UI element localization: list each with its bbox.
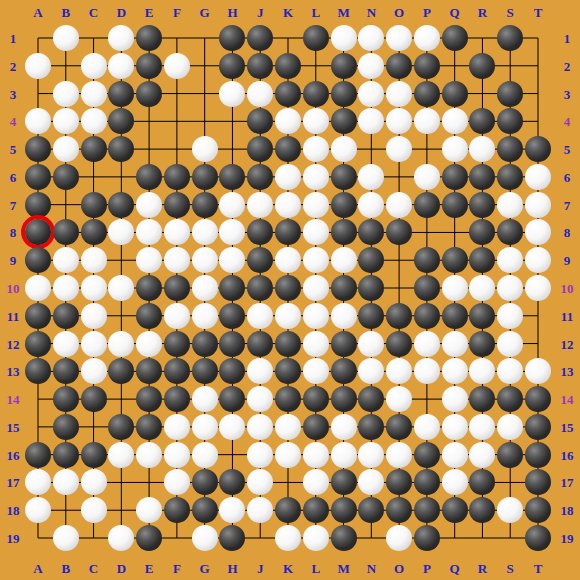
stone-black-A7[interactable] (25, 192, 51, 218)
stone-white-K7[interactable] (275, 192, 301, 218)
stone-white-O14[interactable] (386, 386, 412, 412)
stone-black-M12[interactable] (331, 331, 357, 357)
stone-black-D13[interactable] (108, 358, 134, 384)
stone-white-B4[interactable] (53, 108, 79, 134)
stone-white-N16[interactable] (358, 442, 384, 468)
stone-black-Q18[interactable] (442, 497, 468, 523)
stone-black-K5[interactable] (275, 136, 301, 162)
stone-black-R8[interactable] (469, 219, 495, 245)
stone-black-R7[interactable] (469, 192, 495, 218)
stone-white-L12[interactable] (303, 331, 329, 357)
stone-white-Q17[interactable] (442, 469, 468, 495)
stone-white-S10[interactable] (497, 275, 523, 301)
stone-white-A18[interactable] (25, 497, 51, 523)
stone-white-K9[interactable] (275, 247, 301, 273)
stone-black-N14[interactable] (358, 386, 384, 412)
stone-black-G17[interactable] (192, 469, 218, 495)
stone-white-M9[interactable] (331, 247, 357, 273)
stone-white-F17[interactable] (164, 469, 190, 495)
stone-white-G10[interactable] (192, 275, 218, 301)
stone-black-H2[interactable] (219, 53, 245, 79)
stone-black-R9[interactable] (469, 247, 495, 273)
stone-black-E15[interactable] (136, 414, 162, 440)
stone-white-T13[interactable] (525, 358, 551, 384)
stone-black-O8[interactable] (386, 219, 412, 245)
stone-white-J18[interactable] (247, 497, 273, 523)
stone-white-N3[interactable] (358, 81, 384, 107)
stone-white-B10[interactable] (53, 275, 79, 301)
stone-white-A4[interactable] (25, 108, 51, 134)
stone-black-G13[interactable] (192, 358, 218, 384)
stone-white-M11[interactable] (331, 303, 357, 329)
stone-white-H18[interactable] (219, 497, 245, 523)
stone-black-T14[interactable] (525, 386, 551, 412)
stone-black-H13[interactable] (219, 358, 245, 384)
stone-black-O12[interactable] (386, 331, 412, 357)
stone-white-O19[interactable] (386, 525, 412, 551)
stone-white-C9[interactable] (81, 247, 107, 273)
stone-black-R11[interactable] (469, 303, 495, 329)
stone-black-C14[interactable] (81, 386, 107, 412)
stone-black-P18[interactable] (414, 497, 440, 523)
stone-white-R13[interactable] (469, 358, 495, 384)
stone-black-A9[interactable] (25, 247, 51, 273)
stone-white-K15[interactable] (275, 414, 301, 440)
stone-black-K12[interactable] (275, 331, 301, 357)
stone-white-M1[interactable] (331, 25, 357, 51)
stone-white-B19[interactable] (53, 525, 79, 551)
stone-white-J16[interactable] (247, 442, 273, 468)
stone-black-S6[interactable] (497, 164, 523, 190)
stone-white-B1[interactable] (53, 25, 79, 51)
stone-black-R14[interactable] (469, 386, 495, 412)
stone-black-O2[interactable] (386, 53, 412, 79)
stone-black-S16[interactable] (497, 442, 523, 468)
stone-black-K18[interactable] (275, 497, 301, 523)
stone-white-Q12[interactable] (442, 331, 468, 357)
stone-white-T9[interactable] (525, 247, 551, 273)
stone-white-O5[interactable] (386, 136, 412, 162)
stone-black-J8[interactable] (247, 219, 273, 245)
stone-white-J13[interactable] (247, 358, 273, 384)
stone-black-S1[interactable] (497, 25, 523, 51)
stone-black-E11[interactable] (136, 303, 162, 329)
stone-white-H8[interactable] (219, 219, 245, 245)
stone-black-F6[interactable] (164, 164, 190, 190)
stone-white-P4[interactable] (414, 108, 440, 134)
stone-white-K6[interactable] (275, 164, 301, 190)
stone-black-M19[interactable] (331, 525, 357, 551)
stone-black-P10[interactable] (414, 275, 440, 301)
stone-white-L5[interactable] (303, 136, 329, 162)
stone-black-P17[interactable] (414, 469, 440, 495)
stone-white-L19[interactable] (303, 525, 329, 551)
stone-white-S11[interactable] (497, 303, 523, 329)
stone-white-Q5[interactable] (442, 136, 468, 162)
stone-black-F10[interactable] (164, 275, 190, 301)
stone-black-T5[interactable] (525, 136, 551, 162)
stone-white-L6[interactable] (303, 164, 329, 190)
stone-white-Q10[interactable] (442, 275, 468, 301)
stone-white-E9[interactable] (136, 247, 162, 273)
stone-black-H1[interactable] (219, 25, 245, 51)
stone-black-Q6[interactable] (442, 164, 468, 190)
stone-white-C12[interactable] (81, 331, 107, 357)
stone-black-R12[interactable] (469, 331, 495, 357)
stone-black-R2[interactable] (469, 53, 495, 79)
stone-black-A5[interactable] (25, 136, 51, 162)
stone-black-M7[interactable] (331, 192, 357, 218)
stone-white-Q14[interactable] (442, 386, 468, 412)
stone-white-Q15[interactable] (442, 414, 468, 440)
stone-white-J15[interactable] (247, 414, 273, 440)
stone-black-J5[interactable] (247, 136, 273, 162)
stone-white-H15[interactable] (219, 414, 245, 440)
stone-black-K8[interactable] (275, 219, 301, 245)
stone-black-A11[interactable] (25, 303, 51, 329)
stone-white-O7[interactable] (386, 192, 412, 218)
stone-white-O16[interactable] (386, 442, 412, 468)
stone-black-J9[interactable] (247, 247, 273, 273)
stone-white-K11[interactable] (275, 303, 301, 329)
stone-white-D2[interactable] (108, 53, 134, 79)
stone-black-R4[interactable] (469, 108, 495, 134)
stone-white-R16[interactable] (469, 442, 495, 468)
stone-white-S13[interactable] (497, 358, 523, 384)
stone-white-A17[interactable] (25, 469, 51, 495)
stone-white-M15[interactable] (331, 414, 357, 440)
stone-white-P12[interactable] (414, 331, 440, 357)
stone-white-C17[interactable] (81, 469, 107, 495)
stone-white-G9[interactable] (192, 247, 218, 273)
stone-black-J2[interactable] (247, 53, 273, 79)
stone-white-M5[interactable] (331, 136, 357, 162)
stone-white-L17[interactable] (303, 469, 329, 495)
stone-black-S14[interactable] (497, 386, 523, 412)
stone-white-G5[interactable] (192, 136, 218, 162)
stone-black-N9[interactable] (358, 247, 384, 273)
stone-white-T6[interactable] (525, 164, 551, 190)
stone-black-H11[interactable] (219, 303, 245, 329)
stone-white-T8[interactable] (525, 219, 551, 245)
stone-white-Q16[interactable] (442, 442, 468, 468)
stone-black-L18[interactable] (303, 497, 329, 523)
stone-black-K14[interactable] (275, 386, 301, 412)
stone-black-M8[interactable] (331, 219, 357, 245)
stone-black-N8[interactable] (358, 219, 384, 245)
stone-white-L11[interactable] (303, 303, 329, 329)
stone-white-C13[interactable] (81, 358, 107, 384)
stone-white-B17[interactable] (53, 469, 79, 495)
stone-white-N1[interactable] (358, 25, 384, 51)
stone-white-J11[interactable] (247, 303, 273, 329)
stone-white-N7[interactable] (358, 192, 384, 218)
stone-white-G8[interactable] (192, 219, 218, 245)
stone-white-B12[interactable] (53, 331, 79, 357)
stone-black-A12[interactable] (25, 331, 51, 357)
stone-white-E18[interactable] (136, 497, 162, 523)
stone-white-N13[interactable] (358, 358, 384, 384)
stone-black-E1[interactable] (136, 25, 162, 51)
stone-black-M17[interactable] (331, 469, 357, 495)
stone-black-E10[interactable] (136, 275, 162, 301)
stone-white-B9[interactable] (53, 247, 79, 273)
stone-black-H10[interactable] (219, 275, 245, 301)
stone-white-F9[interactable] (164, 247, 190, 273)
stone-black-N10[interactable] (358, 275, 384, 301)
stone-black-E14[interactable] (136, 386, 162, 412)
stone-white-D16[interactable] (108, 442, 134, 468)
stone-white-Q4[interactable] (442, 108, 468, 134)
stone-black-D15[interactable] (108, 414, 134, 440)
stone-black-Q1[interactable] (442, 25, 468, 51)
stone-black-C8[interactable] (81, 219, 107, 245)
stone-black-G6[interactable] (192, 164, 218, 190)
stone-black-D4[interactable] (108, 108, 134, 134)
stone-white-D1[interactable] (108, 25, 134, 51)
stone-white-R10[interactable] (469, 275, 495, 301)
stone-white-S15[interactable] (497, 414, 523, 440)
stone-black-A16[interactable] (25, 442, 51, 468)
stone-black-Q11[interactable] (442, 303, 468, 329)
stone-black-P7[interactable] (414, 192, 440, 218)
stone-white-G15[interactable] (192, 414, 218, 440)
stone-black-P16[interactable] (414, 442, 440, 468)
stone-white-G14[interactable] (192, 386, 218, 412)
stone-black-N11[interactable] (358, 303, 384, 329)
stone-white-N4[interactable] (358, 108, 384, 134)
stone-white-G19[interactable] (192, 525, 218, 551)
stone-black-P9[interactable] (414, 247, 440, 273)
stone-white-C11[interactable] (81, 303, 107, 329)
stone-black-M14[interactable] (331, 386, 357, 412)
stone-black-N18[interactable] (358, 497, 384, 523)
stone-black-L14[interactable] (303, 386, 329, 412)
stone-black-Q3[interactable] (442, 81, 468, 107)
stone-white-N2[interactable] (358, 53, 384, 79)
stone-white-L10[interactable] (303, 275, 329, 301)
stone-white-J7[interactable] (247, 192, 273, 218)
stone-black-H17[interactable] (219, 469, 245, 495)
stone-black-J6[interactable] (247, 164, 273, 190)
stone-black-B13[interactable] (53, 358, 79, 384)
stone-black-M13[interactable] (331, 358, 357, 384)
stone-white-N17[interactable] (358, 469, 384, 495)
stone-white-K4[interactable] (275, 108, 301, 134)
stone-black-G12[interactable] (192, 331, 218, 357)
stone-white-D10[interactable] (108, 275, 134, 301)
stone-white-G16[interactable] (192, 442, 218, 468)
stone-black-F13[interactable] (164, 358, 190, 384)
stone-black-B6[interactable] (53, 164, 79, 190)
stone-black-O15[interactable] (386, 414, 412, 440)
stone-white-L16[interactable] (303, 442, 329, 468)
stone-black-O17[interactable] (386, 469, 412, 495)
stone-black-F7[interactable] (164, 192, 190, 218)
stone-white-L9[interactable] (303, 247, 329, 273)
stone-black-K2[interactable] (275, 53, 301, 79)
stone-white-C3[interactable] (81, 81, 107, 107)
stone-white-C18[interactable] (81, 497, 107, 523)
stone-black-Q9[interactable] (442, 247, 468, 273)
stone-white-P13[interactable] (414, 358, 440, 384)
stone-white-O1[interactable] (386, 25, 412, 51)
stone-white-F8[interactable] (164, 219, 190, 245)
stone-black-B16[interactable] (53, 442, 79, 468)
stone-white-Q13[interactable] (442, 358, 468, 384)
stone-black-E2[interactable] (136, 53, 162, 79)
stone-white-O4[interactable] (386, 108, 412, 134)
stone-black-E6[interactable] (136, 164, 162, 190)
stone-black-F12[interactable] (164, 331, 190, 357)
stone-white-E7[interactable] (136, 192, 162, 218)
stone-white-S18[interactable] (497, 497, 523, 523)
stone-black-G7[interactable] (192, 192, 218, 218)
stone-black-B14[interactable] (53, 386, 79, 412)
stone-white-N12[interactable] (358, 331, 384, 357)
stone-white-H9[interactable] (219, 247, 245, 273)
stone-black-T15[interactable] (525, 414, 551, 440)
stone-white-E12[interactable] (136, 331, 162, 357)
stone-black-A13[interactable] (25, 358, 51, 384)
stone-black-P3[interactable] (414, 81, 440, 107)
stone-white-F11[interactable] (164, 303, 190, 329)
stone-white-L4[interactable] (303, 108, 329, 134)
stone-black-F14[interactable] (164, 386, 190, 412)
stone-black-E3[interactable] (136, 81, 162, 107)
stone-white-H7[interactable] (219, 192, 245, 218)
stone-black-T19[interactable] (525, 525, 551, 551)
stone-white-S12[interactable] (497, 331, 523, 357)
stone-white-D12[interactable] (108, 331, 134, 357)
stone-black-K13[interactable] (275, 358, 301, 384)
stone-black-P11[interactable] (414, 303, 440, 329)
stone-black-D7[interactable] (108, 192, 134, 218)
stone-black-Q7[interactable] (442, 192, 468, 218)
stone-white-K19[interactable] (275, 525, 301, 551)
stone-white-L13[interactable] (303, 358, 329, 384)
stone-black-B8[interactable] (53, 219, 79, 245)
stone-white-O3[interactable] (386, 81, 412, 107)
stone-black-M10[interactable] (331, 275, 357, 301)
stone-black-J4[interactable] (247, 108, 273, 134)
stone-black-T18[interactable] (525, 497, 551, 523)
stone-black-P19[interactable] (414, 525, 440, 551)
stone-black-K3[interactable] (275, 81, 301, 107)
stone-white-N6[interactable] (358, 164, 384, 190)
stone-white-C4[interactable] (81, 108, 107, 134)
stone-white-G11[interactable] (192, 303, 218, 329)
stone-white-P15[interactable] (414, 414, 440, 440)
stone-black-J1[interactable] (247, 25, 273, 51)
stone-white-E8[interactable] (136, 219, 162, 245)
stone-white-A10[interactable] (25, 275, 51, 301)
stone-white-B3[interactable] (53, 81, 79, 107)
stone-black-L3[interactable] (303, 81, 329, 107)
stone-black-E13[interactable] (136, 358, 162, 384)
stone-white-E16[interactable] (136, 442, 162, 468)
stone-black-N15[interactable] (358, 414, 384, 440)
stone-white-S9[interactable] (497, 247, 523, 273)
stone-black-T16[interactable] (525, 442, 551, 468)
stone-white-P6[interactable] (414, 164, 440, 190)
stone-black-J10[interactable] (247, 275, 273, 301)
stone-white-L7[interactable] (303, 192, 329, 218)
stone-white-C2[interactable] (81, 53, 107, 79)
stone-black-G18[interactable] (192, 497, 218, 523)
stone-black-C7[interactable] (81, 192, 107, 218)
stone-white-F15[interactable] (164, 414, 190, 440)
stone-black-E19[interactable] (136, 525, 162, 551)
stone-black-A6[interactable] (25, 164, 51, 190)
stone-black-R18[interactable] (469, 497, 495, 523)
stone-black-M2[interactable] (331, 53, 357, 79)
stone-black-H19[interactable] (219, 525, 245, 551)
stone-white-C10[interactable] (81, 275, 107, 301)
stone-white-P1[interactable] (414, 25, 440, 51)
stone-white-J17[interactable] (247, 469, 273, 495)
stone-black-C16[interactable] (81, 442, 107, 468)
stone-black-H12[interactable] (219, 331, 245, 357)
stone-black-F18[interactable] (164, 497, 190, 523)
stone-white-S7[interactable] (497, 192, 523, 218)
stone-white-T10[interactable] (525, 275, 551, 301)
stone-white-R15[interactable] (469, 414, 495, 440)
stone-white-H3[interactable] (219, 81, 245, 107)
stone-black-M6[interactable] (331, 164, 357, 190)
stone-black-M3[interactable] (331, 81, 357, 107)
stone-black-B11[interactable] (53, 303, 79, 329)
stone-black-M4[interactable] (331, 108, 357, 134)
stone-white-B5[interactable] (53, 136, 79, 162)
stone-white-K16[interactable] (275, 442, 301, 468)
stone-white-F16[interactable] (164, 442, 190, 468)
stone-white-A2[interactable] (25, 53, 51, 79)
stone-white-F2[interactable] (164, 53, 190, 79)
stone-black-D5[interactable] (108, 136, 134, 162)
stone-black-D3[interactable] (108, 81, 134, 107)
stone-white-R5[interactable] (469, 136, 495, 162)
stone-black-S8[interactable] (497, 219, 523, 245)
stone-black-S5[interactable] (497, 136, 523, 162)
stone-white-T7[interactable] (525, 192, 551, 218)
stone-black-O18[interactable] (386, 497, 412, 523)
stone-black-O11[interactable] (386, 303, 412, 329)
stone-white-M16[interactable] (331, 442, 357, 468)
stone-black-L1[interactable] (303, 25, 329, 51)
stone-black-R6[interactable] (469, 164, 495, 190)
stone-black-B15[interactable] (53, 414, 79, 440)
stone-black-K10[interactable] (275, 275, 301, 301)
stone-black-M18[interactable] (331, 497, 357, 523)
stone-black-T17[interactable] (525, 469, 551, 495)
stone-black-H6[interactable] (219, 164, 245, 190)
stone-black-J12[interactable] (247, 331, 273, 357)
stone-black-P2[interactable] (414, 53, 440, 79)
stone-white-J14[interactable] (247, 386, 273, 412)
stone-black-R17[interactable] (469, 469, 495, 495)
stone-black-S3[interactable] (497, 81, 523, 107)
stone-black-S4[interactable] (497, 108, 523, 134)
stone-white-D19[interactable] (108, 525, 134, 551)
stone-white-L8[interactable] (303, 219, 329, 245)
stone-black-marked-A8[interactable] (25, 219, 51, 245)
stone-white-J3[interactable] (247, 81, 273, 107)
stone-black-C5[interactable] (81, 136, 107, 162)
stone-black-H14[interactable] (219, 386, 245, 412)
stone-black-L15[interactable] (303, 414, 329, 440)
stone-white-O13[interactable] (386, 358, 412, 384)
